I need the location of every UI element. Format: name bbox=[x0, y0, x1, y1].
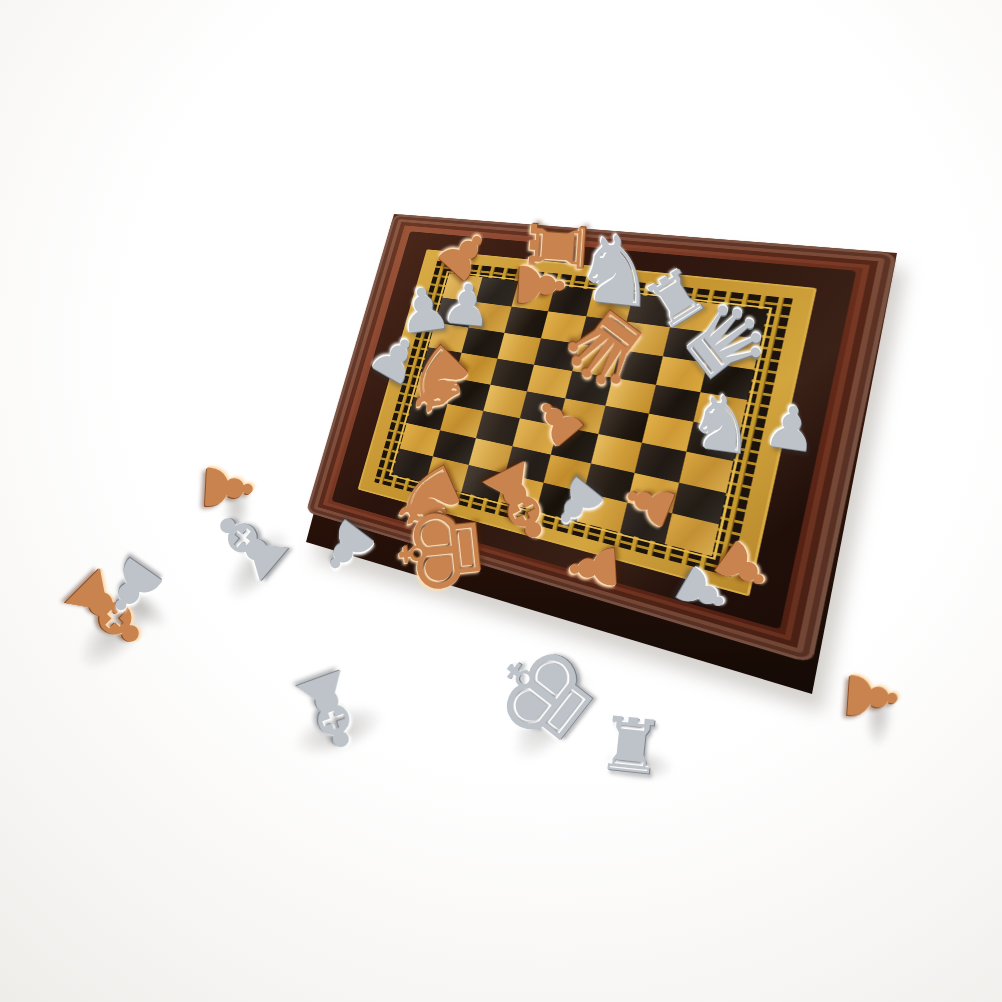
piece-gold-pawn: ♟ bbox=[508, 256, 572, 314]
piece-silver-rook: ♜ bbox=[594, 705, 668, 786]
piece-gold-pawn: ♟ bbox=[562, 539, 627, 598]
scene: ♟♜♟♛♞♟♞♝♚♟♟♟♟♝♟♟♟♟♞♜♛♞♟♟♟♟♟♝♝♚♜ bbox=[0, 0, 1002, 1002]
piece-silver-pawn: ♟ bbox=[439, 275, 495, 336]
piece-silver-pawn: ♟ bbox=[761, 395, 822, 461]
piece-silver-knight: ♞ bbox=[683, 382, 761, 467]
piece-gold-king: ♚ bbox=[382, 497, 500, 605]
piece-gold-pawn: ♟ bbox=[835, 664, 906, 729]
